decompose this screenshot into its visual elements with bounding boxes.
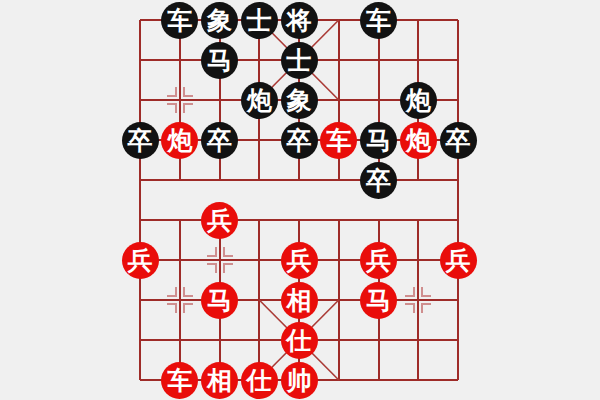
black-advisor[interactable]: 士 — [281, 42, 318, 79]
red-chariot[interactable]: 车 — [161, 362, 198, 399]
black-horse[interactable]: 马 — [360, 122, 397, 159]
point-marker — [405, 287, 431, 313]
red-soldier[interactable]: 兵 — [201, 202, 238, 239]
red-elephant[interactable]: 相 — [201, 362, 238, 399]
black-general[interactable]: 将 — [281, 2, 318, 39]
red-chariot[interactable]: 车 — [320, 122, 357, 159]
red-cannon[interactable]: 炮 — [161, 122, 198, 159]
black-cannon[interactable]: 炮 — [241, 82, 278, 119]
point-marker — [167, 87, 193, 113]
black-elephant[interactable]: 象 — [281, 82, 318, 119]
red-horse[interactable]: 马 — [360, 282, 397, 319]
red-general[interactable]: 帅 — [281, 362, 318, 399]
xiangqi-board: 车象士将车马士炮象炮卒卒卒马卒卒炮车炮兵兵兵兵兵马相马仕车相仕帅 — [0, 0, 600, 400]
point-marker — [167, 287, 193, 313]
black-advisor[interactable]: 士 — [241, 2, 278, 39]
red-soldier[interactable]: 兵 — [360, 242, 397, 279]
red-horse[interactable]: 马 — [201, 282, 238, 319]
point-marker — [207, 247, 233, 273]
black-horse[interactable]: 马 — [201, 42, 238, 79]
black-cannon[interactable]: 炮 — [400, 82, 437, 119]
black-chariot[interactable]: 车 — [161, 2, 198, 39]
black-soldier[interactable]: 卒 — [360, 162, 397, 199]
red-elephant[interactable]: 相 — [281, 282, 318, 319]
red-advisor[interactable]: 仕 — [281, 322, 318, 359]
black-elephant[interactable]: 象 — [201, 2, 238, 39]
black-chariot[interactable]: 车 — [360, 2, 397, 39]
red-cannon[interactable]: 炮 — [400, 122, 437, 159]
red-advisor[interactable]: 仕 — [241, 362, 278, 399]
black-soldier[interactable]: 卒 — [281, 122, 318, 159]
black-soldier[interactable]: 卒 — [201, 122, 238, 159]
red-soldier[interactable]: 兵 — [281, 242, 318, 279]
black-soldier[interactable]: 卒 — [440, 122, 477, 159]
black-soldier[interactable]: 卒 — [122, 122, 159, 159]
red-soldier[interactable]: 兵 — [440, 242, 477, 279]
red-soldier[interactable]: 兵 — [122, 242, 159, 279]
